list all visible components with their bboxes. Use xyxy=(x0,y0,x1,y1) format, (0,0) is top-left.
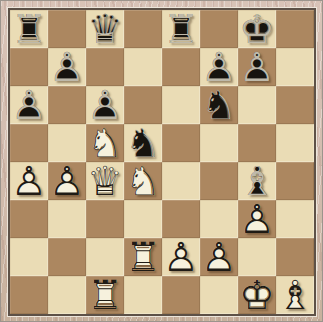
square-h5[interactable] xyxy=(276,124,314,162)
square-e6[interactable] xyxy=(162,86,200,124)
piece-fill-layer: ♟ xyxy=(86,86,124,124)
piece-fill-layer: ♛ xyxy=(86,162,124,200)
square-c7[interactable] xyxy=(86,48,124,86)
square-b1[interactable] xyxy=(48,276,86,314)
square-d5[interactable]: ♞♘ xyxy=(124,124,162,162)
square-b2[interactable] xyxy=(48,238,86,276)
piece-fill-layer: ♛ xyxy=(86,10,124,48)
square-e1[interactable] xyxy=(162,276,200,314)
square-e5[interactable] xyxy=(162,124,200,162)
black-pawn[interactable]: ♟♙ xyxy=(200,48,238,86)
square-a4[interactable]: ♟♙ xyxy=(10,162,48,200)
piece-outline-layer: ♗ xyxy=(276,276,314,314)
piece-fill-layer: ♞ xyxy=(124,162,162,200)
piece-outline-layer: ♗ xyxy=(238,162,276,200)
white-pawn[interactable]: ♟♙ xyxy=(162,238,200,276)
square-a5[interactable] xyxy=(10,124,48,162)
square-b8[interactable] xyxy=(48,10,86,48)
square-f1[interactable] xyxy=(200,276,238,314)
white-rook[interactable]: ♜♖ xyxy=(86,276,124,314)
piece-fill-layer: ♚ xyxy=(238,276,276,314)
piece-outline-layer: ♙ xyxy=(86,86,124,124)
square-a2[interactable] xyxy=(10,238,48,276)
square-d3[interactable] xyxy=(124,200,162,238)
piece-outline-layer: ♙ xyxy=(48,48,86,86)
black-pawn[interactable]: ♟♙ xyxy=(238,48,276,86)
black-queen[interactable]: ♛♕ xyxy=(86,10,124,48)
square-f3[interactable] xyxy=(200,200,238,238)
piece-outline-layer: ♖ xyxy=(124,238,162,276)
square-f5[interactable] xyxy=(200,124,238,162)
square-h6[interactable] xyxy=(276,86,314,124)
square-e2[interactable]: ♟♙ xyxy=(162,238,200,276)
square-a8[interactable]: ♜♖ xyxy=(10,10,48,48)
square-f2[interactable]: ♟♙ xyxy=(200,238,238,276)
black-rook[interactable]: ♜♖ xyxy=(162,10,200,48)
square-h7[interactable] xyxy=(276,48,314,86)
piece-fill-layer: ♟ xyxy=(200,48,238,86)
piece-outline-layer: ♖ xyxy=(10,10,48,48)
square-g8[interactable]: ♚♔ xyxy=(238,10,276,48)
board-rim: ♜♖♛♕♜♖♚♔♟♙♟♙♟♙♟♙♟♙♞♘♞♘♞♘♟♙♟♙♛♕♞♘♝♗♟♙♜♖♟♙… xyxy=(8,8,316,316)
square-c8[interactable]: ♛♕ xyxy=(86,10,124,48)
white-pawn[interactable]: ♟♙ xyxy=(48,162,86,200)
square-c5[interactable]: ♞♘ xyxy=(86,124,124,162)
piece-fill-layer: ♟ xyxy=(48,48,86,86)
piece-outline-layer: ♙ xyxy=(200,48,238,86)
piece-fill-layer: ♝ xyxy=(276,276,314,314)
square-b4[interactable]: ♟♙ xyxy=(48,162,86,200)
square-a6[interactable]: ♟♙ xyxy=(10,86,48,124)
piece-outline-layer: ♘ xyxy=(200,86,238,124)
square-c2[interactable] xyxy=(86,238,124,276)
chess-board: ♜♖♛♕♜♖♚♔♟♙♟♙♟♙♟♙♟♙♞♘♞♘♞♘♟♙♟♙♛♕♞♘♝♗♟♙♜♖♟♙… xyxy=(10,10,314,314)
square-b5[interactable] xyxy=(48,124,86,162)
square-c4[interactable]: ♛♕ xyxy=(86,162,124,200)
black-pawn[interactable]: ♟♙ xyxy=(10,86,48,124)
piece-fill-layer: ♜ xyxy=(124,238,162,276)
piece-outline-layer: ♙ xyxy=(10,86,48,124)
white-king[interactable]: ♚♔ xyxy=(238,276,276,314)
square-f4[interactable] xyxy=(200,162,238,200)
square-e8[interactable]: ♜♖ xyxy=(162,10,200,48)
piece-fill-layer: ♚ xyxy=(238,10,276,48)
square-f7[interactable]: ♟♙ xyxy=(200,48,238,86)
white-bishop[interactable]: ♝♗ xyxy=(276,276,314,314)
square-a7[interactable] xyxy=(10,48,48,86)
square-f8[interactable] xyxy=(200,10,238,48)
square-g3[interactable]: ♟♙ xyxy=(238,200,276,238)
piece-fill-layer: ♟ xyxy=(10,86,48,124)
square-d2[interactable]: ♜♖ xyxy=(124,238,162,276)
piece-outline-layer: ♙ xyxy=(10,162,48,200)
piece-fill-layer: ♜ xyxy=(162,10,200,48)
white-pawn[interactable]: ♟♙ xyxy=(200,238,238,276)
black-rook[interactable]: ♜♖ xyxy=(10,10,48,48)
square-g5[interactable] xyxy=(238,124,276,162)
piece-outline-layer: ♙ xyxy=(162,238,200,276)
square-c3[interactable] xyxy=(86,200,124,238)
square-b3[interactable] xyxy=(48,200,86,238)
piece-fill-layer: ♟ xyxy=(10,162,48,200)
board-frame: ♜♖♛♕♜♖♚♔♟♙♟♙♟♙♟♙♟♙♞♘♞♘♞♘♟♙♟♙♛♕♞♘♝♗♟♙♜♖♟♙… xyxy=(0,0,323,322)
piece-outline-layer: ♕ xyxy=(86,162,124,200)
piece-outline-layer: ♕ xyxy=(86,10,124,48)
piece-outline-layer: ♙ xyxy=(48,162,86,200)
black-knight[interactable]: ♞♘ xyxy=(200,86,238,124)
piece-fill-layer: ♝ xyxy=(238,162,276,200)
piece-fill-layer: ♟ xyxy=(48,162,86,200)
piece-outline-layer: ♘ xyxy=(86,124,124,162)
white-knight[interactable]: ♞♘ xyxy=(86,124,124,162)
square-f6[interactable]: ♞♘ xyxy=(200,86,238,124)
square-c6[interactable]: ♟♙ xyxy=(86,86,124,124)
square-a3[interactable] xyxy=(10,200,48,238)
square-g6[interactable] xyxy=(238,86,276,124)
piece-outline-layer: ♖ xyxy=(162,10,200,48)
square-e4[interactable] xyxy=(162,162,200,200)
white-queen[interactable]: ♛♕ xyxy=(86,162,124,200)
piece-fill-layer: ♟ xyxy=(200,238,238,276)
piece-fill-layer: ♜ xyxy=(86,276,124,314)
square-e3[interactable] xyxy=(162,200,200,238)
piece-outline-layer: ♙ xyxy=(200,238,238,276)
piece-outline-layer: ♙ xyxy=(238,48,276,86)
black-knight[interactable]: ♞♘ xyxy=(124,124,162,162)
black-bishop[interactable]: ♝♗ xyxy=(238,162,276,200)
square-g1[interactable]: ♚♔ xyxy=(238,276,276,314)
piece-fill-layer: ♞ xyxy=(124,124,162,162)
square-h3[interactable] xyxy=(276,200,314,238)
piece-fill-layer: ♟ xyxy=(162,238,200,276)
white-rook[interactable]: ♜♖ xyxy=(124,238,162,276)
piece-outline-layer: ♔ xyxy=(238,276,276,314)
square-d8[interactable] xyxy=(124,10,162,48)
square-h2[interactable] xyxy=(276,238,314,276)
black-pawn[interactable]: ♟♙ xyxy=(86,86,124,124)
square-b6[interactable] xyxy=(48,86,86,124)
white-pawn[interactable]: ♟♙ xyxy=(238,200,276,238)
square-g2[interactable] xyxy=(238,238,276,276)
piece-outline-layer: ♙ xyxy=(238,200,276,238)
square-b7[interactable]: ♟♙ xyxy=(48,48,86,86)
square-c1[interactable]: ♜♖ xyxy=(86,276,124,314)
piece-fill-layer: ♜ xyxy=(10,10,48,48)
black-king[interactable]: ♚♔ xyxy=(238,10,276,48)
piece-fill-layer: ♞ xyxy=(200,86,238,124)
black-pawn[interactable]: ♟♙ xyxy=(48,48,86,86)
piece-outline-layer: ♖ xyxy=(86,276,124,314)
square-d4[interactable]: ♞♘ xyxy=(124,162,162,200)
piece-fill-layer: ♟ xyxy=(238,48,276,86)
square-h8[interactable] xyxy=(276,10,314,48)
piece-fill-layer: ♞ xyxy=(86,124,124,162)
piece-outline-layer: ♘ xyxy=(124,162,162,200)
square-e7[interactable] xyxy=(162,48,200,86)
white-knight[interactable]: ♞♘ xyxy=(124,162,162,200)
square-g7[interactable]: ♟♙ xyxy=(238,48,276,86)
square-d1[interactable] xyxy=(124,276,162,314)
piece-outline-layer: ♘ xyxy=(124,124,162,162)
square-d7[interactable] xyxy=(124,48,162,86)
piece-outline-layer: ♔ xyxy=(238,10,276,48)
square-h1[interactable]: ♝♗ xyxy=(276,276,314,314)
piece-fill-layer: ♟ xyxy=(238,200,276,238)
square-d6[interactable] xyxy=(124,86,162,124)
square-a1[interactable] xyxy=(10,276,48,314)
square-h4[interactable] xyxy=(276,162,314,200)
square-g4[interactable]: ♝♗ xyxy=(238,162,276,200)
white-pawn[interactable]: ♟♙ xyxy=(10,162,48,200)
